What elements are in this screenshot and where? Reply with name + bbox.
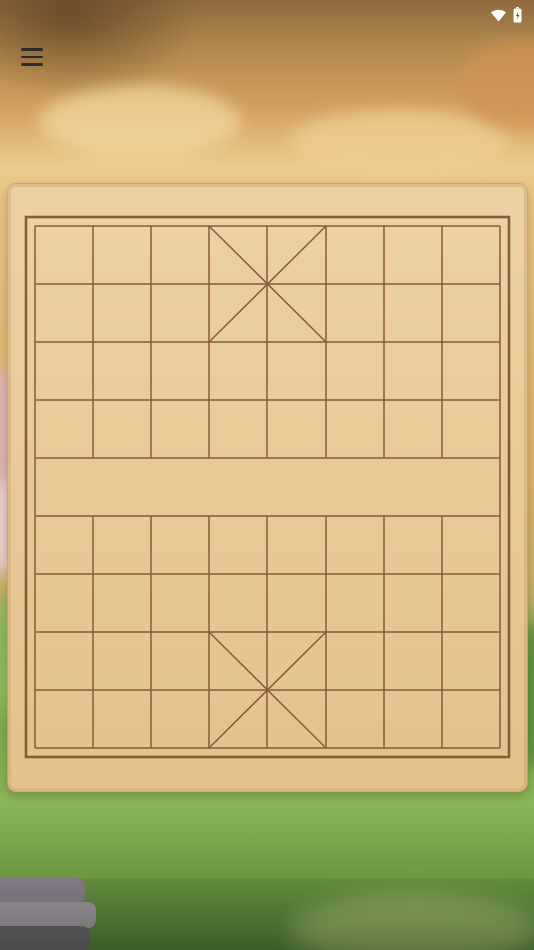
cloud-decoration: [290, 110, 510, 175]
bottom-navigation: [0, 878, 534, 950]
board-grid: [8, 184, 529, 793]
hamburger-icon[interactable]: [21, 48, 43, 66]
app-root: [0, 0, 534, 950]
xiangqi-board[interactable]: [7, 183, 528, 792]
status-bar: [0, 0, 534, 30]
app-toolbar: [0, 34, 534, 86]
battery-charging-icon: [513, 7, 522, 23]
wifi-icon: [490, 8, 507, 22]
